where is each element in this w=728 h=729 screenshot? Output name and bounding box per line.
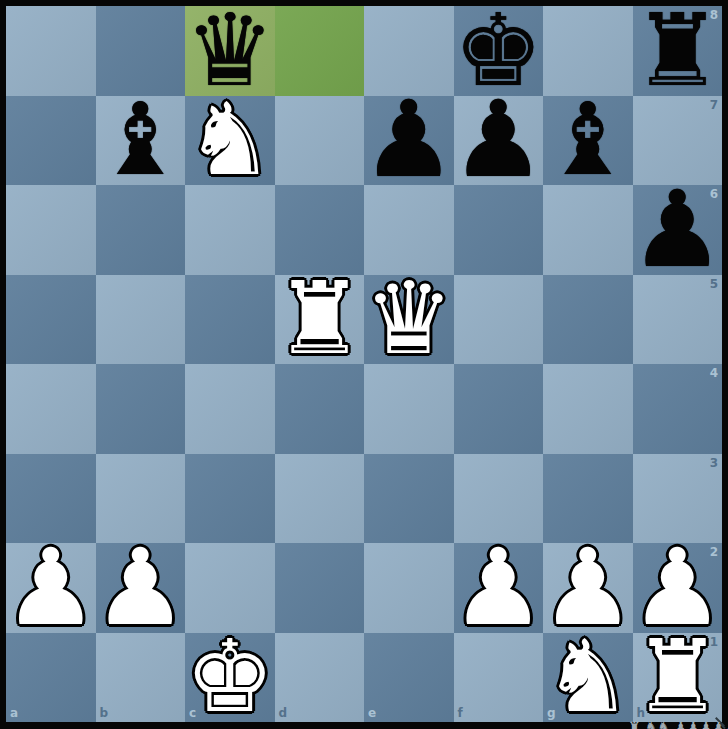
square-d5[interactable]: ♜ <box>275 275 365 365</box>
square-h8[interactable]: 8♜ <box>633 6 723 96</box>
piece-white-pawn-a2[interactable]: ♟ <box>6 543 96 633</box>
square-c5[interactable] <box>185 275 275 365</box>
rank-label-7: 7 <box>710 99 718 111</box>
square-d7[interactable] <box>275 96 365 186</box>
file-label-g: g <box>547 707 556 719</box>
rank-label-5: 5 <box>710 278 718 290</box>
piece-black-pawn-e7[interactable]: ♟ <box>364 96 454 186</box>
square-a6[interactable] <box>6 185 96 275</box>
rank-label-1: 1 <box>710 636 718 648</box>
file-label-d: d <box>279 707 288 719</box>
piece-white-rook-h1[interactable]: ♜ <box>633 633 723 723</box>
square-e2[interactable] <box>364 543 454 633</box>
square-c7[interactable]: ♞ <box>185 96 275 186</box>
square-c3[interactable] <box>185 454 275 544</box>
rank-label-2: 2 <box>710 546 718 558</box>
square-c1[interactable]: c♚ <box>185 633 275 723</box>
square-f4[interactable] <box>454 364 544 454</box>
file-label-e: e <box>368 707 376 719</box>
square-d1[interactable]: d <box>275 633 365 723</box>
square-g6[interactable] <box>543 185 633 275</box>
file-label-c: c <box>189 707 196 719</box>
square-e3[interactable] <box>364 454 454 544</box>
piece-black-rook-h8[interactable]: ♜ <box>633 6 723 96</box>
file-label-f: f <box>458 707 463 719</box>
square-c4[interactable] <box>185 364 275 454</box>
square-a4[interactable] <box>6 364 96 454</box>
square-h1[interactable]: h1♜ <box>633 633 723 723</box>
piece-white-rook-d5[interactable]: ♜ <box>275 275 365 365</box>
captured-pieces-tray: ♜ ♞♞ ♟♟♟♟♟ <box>628 719 728 729</box>
piece-white-queen-e5[interactable]: ♛ <box>364 275 454 365</box>
square-b2[interactable]: ♟ <box>96 543 186 633</box>
piece-black-bishop-b7[interactable]: ♝ <box>96 96 186 186</box>
square-b4[interactable] <box>96 364 186 454</box>
rank-label-8: 8 <box>710 9 718 21</box>
square-d3[interactable] <box>275 454 365 544</box>
rank-label-3: 3 <box>710 457 718 469</box>
square-e4[interactable] <box>364 364 454 454</box>
square-h6[interactable]: 6♟ <box>633 185 723 275</box>
square-d8[interactable] <box>275 6 365 96</box>
square-b6[interactable] <box>96 185 186 275</box>
square-e1[interactable]: e <box>364 633 454 723</box>
file-label-h: h <box>637 707 646 719</box>
square-e5[interactable]: ♛ <box>364 275 454 365</box>
square-d4[interactable] <box>275 364 365 454</box>
square-g4[interactable] <box>543 364 633 454</box>
square-b5[interactable] <box>96 275 186 365</box>
piece-white-king-c1[interactable]: ♚ <box>185 633 275 723</box>
square-f5[interactable] <box>454 275 544 365</box>
piece-black-pawn-h6[interactable]: ♟ <box>633 185 723 275</box>
square-g5[interactable] <box>543 275 633 365</box>
square-c6[interactable] <box>185 185 275 275</box>
square-a7[interactable] <box>6 96 96 186</box>
file-label-b: b <box>100 707 109 719</box>
square-a2[interactable]: ♟ <box>6 543 96 633</box>
square-f7[interactable]: ♟ <box>454 96 544 186</box>
rank-label-4: 4 <box>710 367 718 379</box>
piece-white-knight-c7[interactable]: ♞ <box>185 96 275 186</box>
square-e7[interactable]: ♟ <box>364 96 454 186</box>
square-g1[interactable]: g♞ <box>543 633 633 723</box>
square-h4[interactable]: 4 <box>633 364 723 454</box>
file-label-a: a <box>10 707 18 719</box>
square-a5[interactable] <box>6 275 96 365</box>
piece-black-bishop-g7[interactable]: ♝ <box>543 96 633 186</box>
piece-white-pawn-f2[interactable]: ♟ <box>454 543 544 633</box>
square-a8[interactable] <box>6 6 96 96</box>
square-b7[interactable]: ♝ <box>96 96 186 186</box>
piece-white-knight-g1[interactable]: ♞ <box>543 633 633 723</box>
square-d2[interactable] <box>275 543 365 633</box>
square-f2[interactable]: ♟ <box>454 543 544 633</box>
piece-white-pawn-b2[interactable]: ♟ <box>96 543 186 633</box>
square-g7[interactable]: ♝ <box>543 96 633 186</box>
piece-black-pawn-f7[interactable]: ♟ <box>454 96 544 186</box>
chess-board: ♛♚8♜♝♞♟♟♝76♟♜♛543♟♟♟♟2♟abc♚defg♞h1♜ <box>6 6 722 722</box>
rank-label-6: 6 <box>710 188 718 200</box>
